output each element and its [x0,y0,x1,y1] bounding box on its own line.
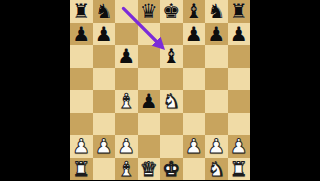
square-d7 [138,23,161,46]
square-d1: ♛ [138,158,161,181]
square-b5 [93,68,116,91]
square-h6 [228,45,251,68]
square-c3 [115,113,138,136]
square-a8: ♜ [70,0,93,23]
letterbox-right [250,0,320,180]
square-h7: ♟ [228,23,251,46]
square-d4: ♟ [138,90,161,113]
square-f2: ♟ [183,135,206,158]
square-b7: ♟ [93,23,116,46]
square-e1: ♚ [160,158,183,181]
square-f4 [183,90,206,113]
chess-board: ♜♞♛♚♝♞♜♟♟♟♟♟♟♝♝♟♞♟♟♟♟♟♟♜♝♛♚♞♜ [70,0,250,180]
square-f7: ♟ [183,23,206,46]
piece-white-queen-d1: ♛ [140,159,158,179]
square-h8: ♜ [228,0,251,23]
square-c6: ♟ [115,45,138,68]
square-a6 [70,45,93,68]
piece-white-pawn-f2: ♟ [185,136,203,156]
square-e8: ♚ [160,0,183,23]
square-d5 [138,68,161,91]
square-f5 [183,68,206,91]
square-c8 [115,0,138,23]
piece-black-pawn-g7: ♟ [207,24,225,44]
square-a1: ♜ [70,158,93,181]
piece-white-rook-h1: ♜ [230,159,248,179]
piece-black-pawn-f7: ♟ [185,24,203,44]
square-a5 [70,68,93,91]
square-d8: ♛ [138,0,161,23]
square-a7: ♟ [70,23,93,46]
piece-white-knight-g1: ♞ [207,159,225,179]
piece-black-pawn-a7: ♟ [72,24,90,44]
piece-black-bishop-f8: ♝ [185,1,203,21]
square-e2 [160,135,183,158]
piece-white-pawn-g2: ♟ [207,136,225,156]
square-e5 [160,68,183,91]
square-h3 [228,113,251,136]
piece-black-pawn-d4: ♟ [140,91,158,111]
square-g7: ♟ [205,23,228,46]
square-d2 [138,135,161,158]
square-e6: ♝ [160,45,183,68]
square-g3 [205,113,228,136]
square-h4 [228,90,251,113]
square-c7 [115,23,138,46]
square-g5 [205,68,228,91]
square-f6 [183,45,206,68]
square-h2: ♟ [228,135,251,158]
piece-black-pawn-h7: ♟ [230,24,248,44]
square-g4 [205,90,228,113]
piece-white-rook-a1: ♜ [72,159,90,179]
piece-white-knight-e4: ♞ [162,91,180,111]
piece-black-queen-d8: ♛ [140,1,158,21]
square-f8: ♝ [183,0,206,23]
piece-white-pawn-h2: ♟ [230,136,248,156]
square-h1: ♜ [228,158,251,181]
piece-white-bishop-c1: ♝ [117,159,135,179]
square-a4 [70,90,93,113]
square-b6 [93,45,116,68]
square-g6 [205,45,228,68]
video-frame: ♜♞♛♚♝♞♜♟♟♟♟♟♟♝♝♟♞♟♟♟♟♟♟♜♝♛♚♞♜ [0,0,320,180]
piece-black-king-e8: ♚ [162,1,180,21]
square-c5 [115,68,138,91]
square-e7 [160,23,183,46]
piece-white-king-e1: ♚ [162,159,180,179]
square-a3 [70,113,93,136]
square-b2: ♟ [93,135,116,158]
square-h5 [228,68,251,91]
square-g1: ♞ [205,158,228,181]
piece-black-knight-b8: ♞ [95,1,113,21]
square-f1 [183,158,206,181]
square-b8: ♞ [93,0,116,23]
square-e3 [160,113,183,136]
piece-white-bishop-c4: ♝ [117,91,135,111]
square-f3 [183,113,206,136]
square-c1: ♝ [115,158,138,181]
piece-black-bishop-e6: ♝ [162,46,180,66]
square-a2: ♟ [70,135,93,158]
square-c4: ♝ [115,90,138,113]
piece-black-pawn-b7: ♟ [95,24,113,44]
letterbox-left [0,0,70,180]
piece-black-pawn-c6: ♟ [117,46,135,66]
square-b4 [93,90,116,113]
piece-white-pawn-c2: ♟ [117,136,135,156]
square-g8: ♞ [205,0,228,23]
square-c2: ♟ [115,135,138,158]
square-d3 [138,113,161,136]
square-g2: ♟ [205,135,228,158]
piece-black-knight-g8: ♞ [207,1,225,21]
piece-black-rook-h8: ♜ [230,1,248,21]
square-d6 [138,45,161,68]
piece-white-pawn-a2: ♟ [72,136,90,156]
piece-black-rook-a8: ♜ [72,1,90,21]
piece-white-pawn-b2: ♟ [95,136,113,156]
square-b1 [93,158,116,181]
square-b3 [93,113,116,136]
square-e4: ♞ [160,90,183,113]
